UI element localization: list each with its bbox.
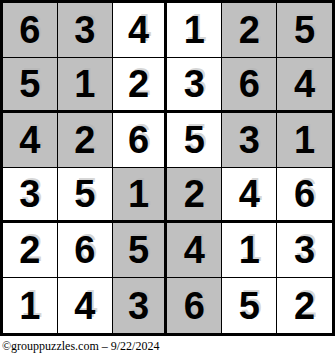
cell-r3c6[interactable]: 1: [277, 113, 332, 168]
cell-r5c6[interactable]: 3: [277, 223, 332, 278]
cell-r2c1[interactable]: 5: [3, 58, 58, 113]
cell-r5c1[interactable]: 2: [3, 223, 58, 278]
cell-r2c6[interactable]: 4: [277, 58, 332, 113]
cell-r6c4[interactable]: 6: [167, 278, 222, 333]
cell-r2c4[interactable]: 3: [167, 58, 222, 113]
cell-r3c5[interactable]: 3: [222, 113, 277, 168]
cell-r6c1[interactable]: 1: [3, 278, 58, 333]
cell-r2c2[interactable]: 1: [58, 58, 113, 113]
cell-r4c5[interactable]: 4: [222, 168, 277, 223]
cell-r4c4[interactable]: 2: [167, 168, 222, 223]
cell-r5c3[interactable]: 5: [113, 223, 168, 278]
cell-r6c3[interactable]: 3: [113, 278, 168, 333]
cell-r5c2[interactable]: 6: [58, 223, 113, 278]
cell-r5c5[interactable]: 1: [222, 223, 277, 278]
cell-r4c1[interactable]: 3: [3, 168, 58, 223]
cell-r2c3[interactable]: 2: [113, 58, 168, 113]
cell-r4c6[interactable]: 6: [277, 168, 332, 223]
cell-r5c4[interactable]: 4: [167, 223, 222, 278]
cell-r1c4[interactable]: 1: [167, 3, 222, 58]
cell-r6c2[interactable]: 4: [58, 278, 113, 333]
cell-r6c5[interactable]: 5: [222, 278, 277, 333]
cell-r1c3[interactable]: 4: [113, 3, 168, 58]
cell-r2c5[interactable]: 6: [222, 58, 277, 113]
cell-r3c1[interactable]: 4: [3, 113, 58, 168]
cell-r1c6[interactable]: 5: [277, 3, 332, 58]
sudoku-board: 634125512364426531351246265413143652: [0, 0, 335, 336]
cell-r1c5[interactable]: 2: [222, 3, 277, 58]
cell-r3c2[interactable]: 2: [58, 113, 113, 168]
cell-r1c2[interactable]: 3: [58, 3, 113, 58]
cell-r6c6[interactable]: 2: [277, 278, 332, 333]
cell-r3c3[interactable]: 6: [113, 113, 168, 168]
cell-r1c1[interactable]: 6: [3, 3, 58, 58]
cell-r3c4[interactable]: 5: [167, 113, 222, 168]
cell-r4c2[interactable]: 5: [58, 168, 113, 223]
cell-r4c3[interactable]: 1: [113, 168, 168, 223]
copyright-footer: ©grouppuzzles.com – 9/22/2024: [0, 336, 335, 357]
